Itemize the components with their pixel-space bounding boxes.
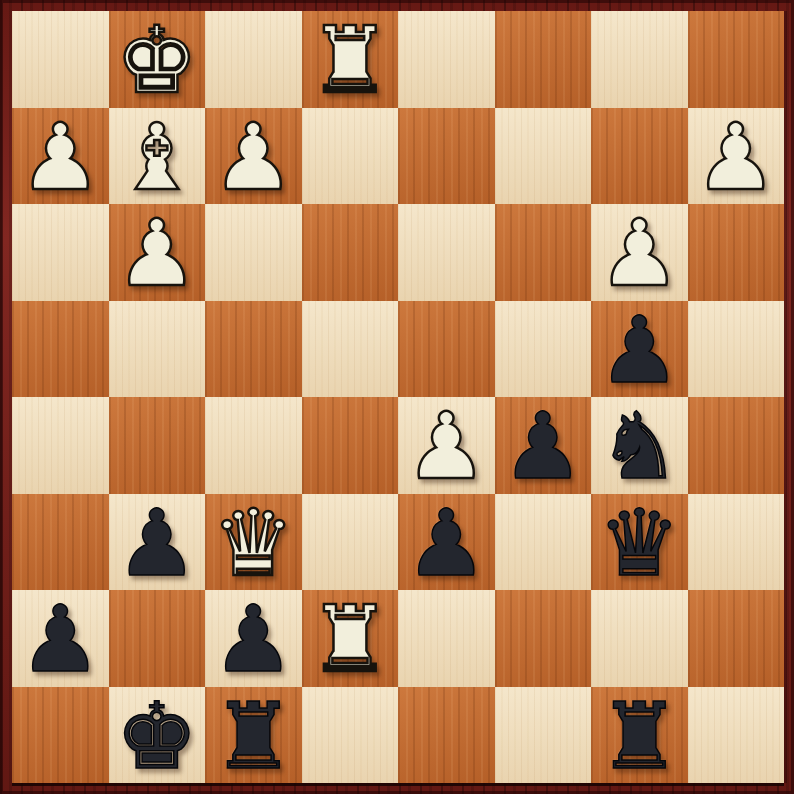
square-f3[interactable] xyxy=(495,494,592,591)
white-king-icon[interactable]: ♚ xyxy=(116,15,198,107)
square-c6[interactable] xyxy=(205,204,302,301)
square-c3[interactable]: ♛ xyxy=(205,494,302,591)
square-c7[interactable]: ♟ xyxy=(205,108,302,205)
square-h2[interactable] xyxy=(688,590,785,687)
square-h4[interactable] xyxy=(688,397,785,494)
white-pawn-icon[interactable]: ♟ xyxy=(19,112,101,204)
black-pawn-icon[interactable]: ♟ xyxy=(212,594,294,686)
square-g2[interactable] xyxy=(591,590,688,687)
square-f5[interactable] xyxy=(495,301,592,398)
square-h7[interactable]: ♟ xyxy=(688,108,785,205)
black-pawn-icon[interactable]: ♟ xyxy=(19,594,101,686)
black-rook-icon[interactable]: ♜ xyxy=(598,691,680,783)
square-e3[interactable]: ♟ xyxy=(398,494,495,591)
square-e7[interactable] xyxy=(398,108,495,205)
square-a2[interactable]: ♟ xyxy=(12,590,109,687)
square-g6[interactable]: ♟ xyxy=(591,204,688,301)
square-b8[interactable]: ♚ xyxy=(109,11,206,108)
square-g3[interactable]: ♛ xyxy=(591,494,688,591)
square-h1[interactable] xyxy=(688,687,785,784)
square-d1[interactable] xyxy=(302,687,399,784)
square-d2[interactable]: ♜ xyxy=(302,590,399,687)
square-b1[interactable]: ♚ xyxy=(109,687,206,784)
square-a1[interactable] xyxy=(12,687,109,784)
black-pawn-icon[interactable]: ♟ xyxy=(598,305,680,397)
square-e4[interactable]: ♟ xyxy=(398,397,495,494)
white-pawn-icon[interactable]: ♟ xyxy=(116,208,198,300)
square-d5[interactable] xyxy=(302,301,399,398)
black-pawn-icon[interactable]: ♟ xyxy=(405,498,487,590)
square-a5[interactable] xyxy=(12,301,109,398)
square-h3[interactable] xyxy=(688,494,785,591)
white-pawn-icon[interactable]: ♟ xyxy=(405,401,487,493)
white-bishop-icon[interactable]: ♝ xyxy=(116,112,198,204)
black-rook-icon[interactable]: ♜ xyxy=(212,691,294,783)
white-rook-icon[interactable]: ♜ xyxy=(309,15,391,107)
square-c4[interactable] xyxy=(205,397,302,494)
square-a3[interactable] xyxy=(12,494,109,591)
square-g1[interactable]: ♜ xyxy=(591,687,688,784)
black-knight-icon[interactable]: ♞ xyxy=(598,401,680,493)
square-f4[interactable]: ♟ xyxy=(495,397,592,494)
white-rook-icon[interactable]: ♜ xyxy=(309,594,391,686)
square-e8[interactable] xyxy=(398,11,495,108)
black-pawn-icon[interactable]: ♟ xyxy=(116,498,198,590)
square-d3[interactable] xyxy=(302,494,399,591)
white-pawn-icon[interactable]: ♟ xyxy=(598,208,680,300)
square-h6[interactable] xyxy=(688,204,785,301)
square-b4[interactable] xyxy=(109,397,206,494)
square-f2[interactable] xyxy=(495,590,592,687)
white-queen-icon[interactable]: ♛ xyxy=(212,498,294,590)
square-f6[interactable] xyxy=(495,204,592,301)
black-king-icon[interactable]: ♚ xyxy=(116,691,198,783)
square-b6[interactable]: ♟ xyxy=(109,204,206,301)
white-pawn-icon[interactable]: ♟ xyxy=(212,112,294,204)
square-f7[interactable] xyxy=(495,108,592,205)
square-e1[interactable] xyxy=(398,687,495,784)
square-h8[interactable] xyxy=(688,11,785,108)
square-a7[interactable]: ♟ xyxy=(12,108,109,205)
square-d8[interactable]: ♜ xyxy=(302,11,399,108)
black-queen-icon[interactable]: ♛ xyxy=(598,498,680,590)
board-frame: ♚♜♟♝♟♟♟♟♟♟♟♞♟♛♟♛♟♟♜♚♜♜ xyxy=(0,0,794,794)
square-d6[interactable] xyxy=(302,204,399,301)
square-b2[interactable] xyxy=(109,590,206,687)
square-h5[interactable] xyxy=(688,301,785,398)
square-c5[interactable] xyxy=(205,301,302,398)
square-g8[interactable] xyxy=(591,11,688,108)
chess-board: ♚♜♟♝♟♟♟♟♟♟♟♞♟♛♟♛♟♟♜♚♜♜ xyxy=(12,11,784,783)
white-pawn-icon[interactable]: ♟ xyxy=(695,112,777,204)
square-c1[interactable]: ♜ xyxy=(205,687,302,784)
square-e6[interactable] xyxy=(398,204,495,301)
square-b7[interactable]: ♝ xyxy=(109,108,206,205)
square-b5[interactable] xyxy=(109,301,206,398)
square-g7[interactable] xyxy=(591,108,688,205)
square-f8[interactable] xyxy=(495,11,592,108)
square-f1[interactable] xyxy=(495,687,592,784)
square-e5[interactable] xyxy=(398,301,495,398)
square-c2[interactable]: ♟ xyxy=(205,590,302,687)
square-d7[interactable] xyxy=(302,108,399,205)
square-a4[interactable] xyxy=(12,397,109,494)
square-a6[interactable] xyxy=(12,204,109,301)
square-c8[interactable] xyxy=(205,11,302,108)
square-g5[interactable]: ♟ xyxy=(591,301,688,398)
square-g4[interactable]: ♞ xyxy=(591,397,688,494)
square-e2[interactable] xyxy=(398,590,495,687)
square-b3[interactable]: ♟ xyxy=(109,494,206,591)
square-a8[interactable] xyxy=(12,11,109,108)
black-pawn-icon[interactable]: ♟ xyxy=(502,401,584,493)
square-d4[interactable] xyxy=(302,397,399,494)
